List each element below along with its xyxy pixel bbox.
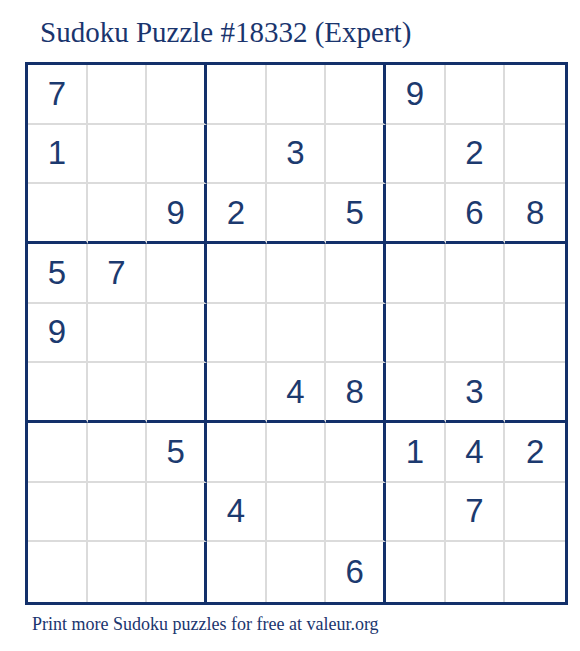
cell-r2c7 (386, 125, 446, 185)
cell-r7c5 (267, 423, 327, 483)
cell-r6c2 (88, 363, 148, 423)
page: Sudoku Puzzle #18332 (Expert) 7913292568… (0, 0, 580, 651)
sudoku-grid: 79132925685794835142476 (25, 62, 568, 605)
footer-text: Print more Sudoku puzzles for free at va… (32, 614, 379, 636)
cell-r3c6: 5 (326, 184, 386, 244)
cell-r8c2 (88, 483, 148, 543)
cell-r7c4 (207, 423, 267, 483)
cell-r2c3 (147, 125, 207, 185)
cell-r4c4 (207, 244, 267, 304)
cell-r6c6: 8 (326, 363, 386, 423)
cell-r8c8: 7 (446, 483, 506, 543)
cell-r4c1: 5 (28, 244, 88, 304)
cell-r7c1 (28, 423, 88, 483)
cell-r4c8 (446, 244, 506, 304)
cell-r6c9 (505, 363, 565, 423)
cell-r9c5 (267, 542, 327, 602)
cell-r2c4 (207, 125, 267, 185)
cell-r7c7: 1 (386, 423, 446, 483)
cell-r4c7 (386, 244, 446, 304)
cell-r9c8 (446, 542, 506, 602)
cell-r8c9 (505, 483, 565, 543)
cell-r8c4: 4 (207, 483, 267, 543)
cell-r5c4 (207, 304, 267, 364)
cell-r9c9 (505, 542, 565, 602)
cell-r8c6 (326, 483, 386, 543)
cell-r2c6 (326, 125, 386, 185)
cell-r1c1: 7 (28, 65, 88, 125)
cell-r5c6 (326, 304, 386, 364)
cell-r4c2: 7 (88, 244, 148, 304)
cell-r3c3: 9 (147, 184, 207, 244)
cell-r7c6 (326, 423, 386, 483)
cell-r9c6: 6 (326, 542, 386, 602)
cell-r1c5 (267, 65, 327, 125)
cell-r5c9 (505, 304, 565, 364)
cell-r2c9 (505, 125, 565, 185)
cell-r6c3 (147, 363, 207, 423)
cell-r7c2 (88, 423, 148, 483)
cell-r3c4: 2 (207, 184, 267, 244)
cell-r1c6 (326, 65, 386, 125)
cell-r1c7: 9 (386, 65, 446, 125)
cell-r3c9: 8 (505, 184, 565, 244)
cell-r1c3 (147, 65, 207, 125)
cell-r9c2 (88, 542, 148, 602)
cell-r3c2 (88, 184, 148, 244)
cell-r7c8: 4 (446, 423, 506, 483)
cell-r4c3 (147, 244, 207, 304)
cell-r6c4 (207, 363, 267, 423)
cell-r5c3 (147, 304, 207, 364)
cell-r6c7 (386, 363, 446, 423)
cell-r4c6 (326, 244, 386, 304)
cell-r3c7 (386, 184, 446, 244)
cell-r9c3 (147, 542, 207, 602)
cell-r7c3: 5 (147, 423, 207, 483)
cell-r6c5: 4 (267, 363, 327, 423)
cell-r7c9: 2 (505, 423, 565, 483)
cell-r8c5 (267, 483, 327, 543)
cell-r1c9 (505, 65, 565, 125)
cell-r6c1 (28, 363, 88, 423)
cell-r8c7 (386, 483, 446, 543)
cell-r3c5 (267, 184, 327, 244)
cell-r5c8 (446, 304, 506, 364)
cell-r8c1 (28, 483, 88, 543)
cell-r9c1 (28, 542, 88, 602)
cell-r6c8: 3 (446, 363, 506, 423)
cell-r5c2 (88, 304, 148, 364)
cell-r2c8: 2 (446, 125, 506, 185)
cell-r9c4 (207, 542, 267, 602)
cell-r1c8 (446, 65, 506, 125)
cell-r5c1: 9 (28, 304, 88, 364)
cell-r5c7 (386, 304, 446, 364)
cell-r8c3 (147, 483, 207, 543)
cell-r1c4 (207, 65, 267, 125)
puzzle-title: Sudoku Puzzle #18332 (Expert) (40, 15, 411, 50)
cell-r2c1: 1 (28, 125, 88, 185)
cell-r5c5 (267, 304, 327, 364)
cell-r4c5 (267, 244, 327, 304)
cell-r4c9 (505, 244, 565, 304)
cell-r3c1 (28, 184, 88, 244)
cell-r3c8: 6 (446, 184, 506, 244)
cell-r2c5: 3 (267, 125, 327, 185)
cell-r9c7 (386, 542, 446, 602)
cell-r1c2 (88, 65, 148, 125)
cell-r2c2 (88, 125, 148, 185)
